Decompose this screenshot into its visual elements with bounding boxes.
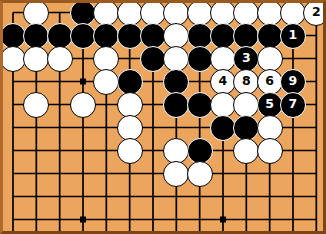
black-stone xyxy=(117,23,143,49)
board-point-c1r4[interactable] xyxy=(1,70,24,93)
board-point-c12r2[interactable] xyxy=(258,24,281,47)
white-stone xyxy=(47,46,73,72)
board-point-c10r1[interactable] xyxy=(211,1,234,24)
board-point-c14r9[interactable] xyxy=(305,185,326,208)
board-point-c11r9[interactable] xyxy=(235,185,258,208)
board-point-c1r6[interactable] xyxy=(1,116,24,139)
board-point-c13r6[interactable] xyxy=(281,116,304,139)
board-point-c4r5[interactable] xyxy=(71,93,94,116)
board-point-c7r10[interactable] xyxy=(141,208,164,231)
stone-layer: 213486957 xyxy=(1,1,326,231)
board-point-c12r10[interactable] xyxy=(258,208,281,231)
white-stone xyxy=(163,161,189,187)
board-point-c8r1[interactable] xyxy=(165,1,188,24)
board-point-c1r9[interactable] xyxy=(1,185,24,208)
board-point-c1r10[interactable] xyxy=(1,208,24,231)
board-point-c4r4[interactable] xyxy=(71,70,94,93)
board-point-c5r2[interactable] xyxy=(95,24,118,47)
board-point-c3r3[interactable] xyxy=(48,47,71,70)
board-point-c2r2[interactable] xyxy=(25,24,48,47)
board-point-c13r5[interactable]: 7 xyxy=(281,93,304,116)
white-stone xyxy=(0,46,26,72)
white-stone xyxy=(93,69,119,95)
board-point-c2r7[interactable] xyxy=(25,139,48,162)
board-point-c4r8[interactable] xyxy=(71,162,94,185)
board-point-c5r7[interactable] xyxy=(95,139,118,162)
black-stone-move-7: 7 xyxy=(280,92,306,118)
board-point-c6r6[interactable] xyxy=(118,116,141,139)
board-point-c5r1[interactable] xyxy=(95,1,118,24)
board-point-c8r5[interactable] xyxy=(165,93,188,116)
board-point-c14r2[interactable] xyxy=(305,24,326,47)
board-point-c3r8[interactable] xyxy=(48,162,71,185)
board-point-c9r10[interactable] xyxy=(188,208,211,231)
board-point-c7r9[interactable] xyxy=(141,185,164,208)
white-stone xyxy=(23,46,49,72)
board-point-c1r2[interactable] xyxy=(1,24,24,47)
board-point-c12r9[interactable] xyxy=(258,185,281,208)
board-point-c6r5[interactable] xyxy=(118,93,141,116)
board-point-c7r8[interactable] xyxy=(141,162,164,185)
board-point-c10r6[interactable] xyxy=(211,116,234,139)
board-point-c14r5[interactable] xyxy=(305,93,326,116)
board-point-c3r1[interactable] xyxy=(48,1,71,24)
board-point-c9r1[interactable] xyxy=(188,1,211,24)
board-point-c11r3[interactable]: 3 xyxy=(235,47,258,70)
board-point-c13r4[interactable]: 9 xyxy=(281,70,304,93)
board-point-c8r2[interactable] xyxy=(165,24,188,47)
board-point-c13r3[interactable] xyxy=(281,47,304,70)
board-point-c8r9[interactable] xyxy=(165,185,188,208)
board-point-c5r8[interactable] xyxy=(95,162,118,185)
board-point-c6r8[interactable] xyxy=(118,162,141,185)
board-point-c5r9[interactable] xyxy=(95,185,118,208)
board-point-c10r4[interactable]: 4 xyxy=(211,70,234,93)
board-point-c4r7[interactable] xyxy=(71,139,94,162)
board-point-c6r1[interactable] xyxy=(118,1,141,24)
board-point-c10r5[interactable] xyxy=(211,93,234,116)
board-point-c7r7[interactable] xyxy=(141,139,164,162)
board-point-c9r7[interactable] xyxy=(188,139,211,162)
board-point-c9r5[interactable] xyxy=(188,93,211,116)
board-point-c8r6[interactable] xyxy=(165,116,188,139)
black-stone xyxy=(187,46,213,72)
black-stone xyxy=(163,92,189,118)
board-point-c4r3[interactable] xyxy=(71,47,94,70)
board-point-c4r10[interactable] xyxy=(71,208,94,231)
board-point-c11r7[interactable] xyxy=(235,139,258,162)
board-point-c8r8[interactable] xyxy=(165,162,188,185)
board-point-c8r10[interactable] xyxy=(165,208,188,231)
board-point-c9r6[interactable] xyxy=(188,116,211,139)
board-point-c6r3[interactable] xyxy=(118,47,141,70)
board-point-c3r6[interactable] xyxy=(48,116,71,139)
board-point-c12r4[interactable]: 6 xyxy=(258,70,281,93)
board-point-c3r2[interactable] xyxy=(48,24,71,47)
board-point-c1r7[interactable] xyxy=(1,139,24,162)
board-point-c8r7[interactable] xyxy=(165,139,188,162)
board-point-c12r8[interactable] xyxy=(258,162,281,185)
board-point-c14r1[interactable]: 2 xyxy=(305,1,326,24)
board-point-c10r2[interactable] xyxy=(211,24,234,47)
black-stone xyxy=(140,46,166,72)
board-point-c12r1[interactable] xyxy=(258,1,281,24)
board-point-c10r9[interactable] xyxy=(211,185,234,208)
white-stone xyxy=(23,92,49,118)
board-point-c2r8[interactable] xyxy=(25,162,48,185)
board-point-c6r9[interactable] xyxy=(118,185,141,208)
white-stone xyxy=(233,138,259,164)
board-point-c9r8[interactable] xyxy=(188,162,211,185)
board-point-c8r4[interactable] xyxy=(165,70,188,93)
board-point-c14r10[interactable] xyxy=(305,208,326,231)
board-point-c11r6[interactable] xyxy=(235,116,258,139)
board-point-c13r7[interactable] xyxy=(281,139,304,162)
board-point-c10r8[interactable] xyxy=(211,162,234,185)
black-stone xyxy=(210,115,236,141)
board-point-c3r7[interactable] xyxy=(48,139,71,162)
board-point-c7r6[interactable] xyxy=(141,116,164,139)
board-point-c6r2[interactable] xyxy=(118,24,141,47)
board-point-c5r10[interactable] xyxy=(95,208,118,231)
board-point-c4r6[interactable] xyxy=(71,116,94,139)
board-point-c10r3[interactable] xyxy=(211,47,234,70)
board-point-c11r1[interactable] xyxy=(235,1,258,24)
board-point-c9r9[interactable] xyxy=(188,185,211,208)
board-point-c13r10[interactable] xyxy=(281,208,304,231)
board-point-c5r4[interactable] xyxy=(95,70,118,93)
white-stone-move-2: 2 xyxy=(303,0,326,26)
board-point-c14r3[interactable] xyxy=(305,47,326,70)
board-point-c14r7[interactable] xyxy=(305,139,326,162)
board-point-c3r9[interactable] xyxy=(48,185,71,208)
board-point-c6r7[interactable] xyxy=(118,139,141,162)
board-point-c14r4[interactable] xyxy=(305,70,326,93)
go-board[interactable]: 213486957 xyxy=(0,0,326,234)
board-point-c14r8[interactable] xyxy=(305,162,326,185)
white-stone xyxy=(117,138,143,164)
board-point-c2r10[interactable] xyxy=(25,208,48,231)
board-point-c7r2[interactable] xyxy=(141,24,164,47)
board-point-c13r2[interactable]: 1 xyxy=(281,24,304,47)
board-point-c4r9[interactable] xyxy=(71,185,94,208)
board-point-c9r3[interactable] xyxy=(188,47,211,70)
board-point-c4r2[interactable] xyxy=(71,24,94,47)
board-point-c14r6[interactable] xyxy=(305,116,326,139)
board-point-c3r5[interactable] xyxy=(48,93,71,116)
board-point-c5r6[interactable] xyxy=(95,116,118,139)
board-point-c3r4[interactable] xyxy=(48,70,71,93)
board-point-c1r3[interactable] xyxy=(1,47,24,70)
board-point-c10r7[interactable] xyxy=(211,139,234,162)
board-point-c12r5[interactable]: 5 xyxy=(258,93,281,116)
board-point-c2r5[interactable] xyxy=(25,93,48,116)
board-point-c1r8[interactable] xyxy=(1,162,24,185)
board-point-c12r3[interactable] xyxy=(258,47,281,70)
board-point-c12r6[interactable] xyxy=(258,116,281,139)
board-point-c2r6[interactable] xyxy=(25,116,48,139)
board-point-c2r1[interactable] xyxy=(25,1,48,24)
board-point-c6r10[interactable] xyxy=(118,208,141,231)
black-stone xyxy=(70,23,96,49)
board-point-c13r8[interactable] xyxy=(281,162,304,185)
board-point-c7r3[interactable] xyxy=(141,47,164,70)
board-point-c3r10[interactable] xyxy=(48,208,71,231)
board-point-c9r4[interactable] xyxy=(188,70,211,93)
white-stone xyxy=(187,161,213,187)
board-point-c11r2[interactable] xyxy=(235,24,258,47)
board-point-c11r10[interactable] xyxy=(235,208,258,231)
board-point-c13r9[interactable] xyxy=(281,185,304,208)
board-point-c6r4[interactable] xyxy=(118,70,141,93)
board-point-c11r4[interactable]: 8 xyxy=(235,70,258,93)
board-point-c8r3[interactable] xyxy=(165,47,188,70)
board-point-c2r4[interactable] xyxy=(25,70,48,93)
board-point-c9r2[interactable] xyxy=(188,24,211,47)
white-stone xyxy=(70,92,96,118)
board-point-c7r1[interactable] xyxy=(141,1,164,24)
board-point-c7r4[interactable] xyxy=(141,70,164,93)
board-point-c1r1[interactable] xyxy=(1,1,24,24)
board-point-c10r10[interactable] xyxy=(211,208,234,231)
board-point-c2r3[interactable] xyxy=(25,47,48,70)
white-stone xyxy=(257,138,283,164)
board-point-c7r5[interactable] xyxy=(141,93,164,116)
black-stone-move-1: 1 xyxy=(280,23,306,49)
board-point-c11r5[interactable] xyxy=(235,93,258,116)
board-point-c11r8[interactable] xyxy=(235,162,258,185)
board-point-c1r5[interactable] xyxy=(1,93,24,116)
board-point-c12r7[interactable] xyxy=(258,139,281,162)
board-point-c4r1[interactable] xyxy=(71,1,94,24)
board-point-c2r9[interactable] xyxy=(25,185,48,208)
board-point-c5r3[interactable] xyxy=(95,47,118,70)
board-point-c5r5[interactable] xyxy=(95,93,118,116)
black-stone xyxy=(187,92,213,118)
board-point-c13r1[interactable] xyxy=(281,1,304,24)
